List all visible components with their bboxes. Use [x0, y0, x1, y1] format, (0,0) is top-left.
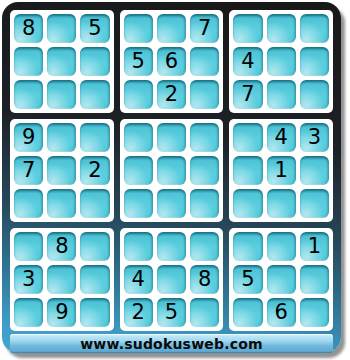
sudoku-cell[interactable] — [300, 265, 329, 294]
sudoku-cell[interactable] — [190, 232, 219, 261]
sudoku-cell[interactable] — [233, 14, 262, 43]
sudoku-cell[interactable]: 9 — [14, 123, 43, 152]
sudoku-cell[interactable]: 5 — [124, 47, 153, 76]
sudoku-cell[interactable] — [300, 14, 329, 43]
sudoku-cell[interactable] — [157, 265, 186, 294]
sudoku-cell[interactable]: 7 — [233, 80, 262, 109]
sudoku-cell[interactable] — [267, 232, 296, 261]
sudoku-cell[interactable] — [80, 265, 109, 294]
board-frame: 857562479724318394825156 www.sudokusweb.… — [2, 2, 341, 353]
sudoku-cell[interactable] — [300, 47, 329, 76]
sudoku-cell[interactable] — [233, 156, 262, 185]
sudoku-cell[interactable]: 9 — [47, 298, 76, 327]
sudoku-box: 839 — [10, 228, 114, 331]
sudoku-cell[interactable] — [157, 232, 186, 261]
sudoku-cell[interactable] — [190, 189, 219, 218]
sudoku-cell[interactable]: 7 — [190, 14, 219, 43]
sudoku-cell[interactable] — [190, 123, 219, 152]
sudoku-cell[interactable] — [14, 232, 43, 261]
sudoku-cell[interactable]: 7 — [14, 156, 43, 185]
sudoku-cell[interactable] — [190, 47, 219, 76]
sudoku-cell[interactable] — [14, 189, 43, 218]
sudoku-box — [120, 119, 224, 222]
sudoku-box: 156 — [229, 228, 333, 331]
sudoku-box: 47 — [229, 10, 333, 113]
sudoku-cell[interactable] — [80, 189, 109, 218]
sudoku-cell[interactable] — [14, 47, 43, 76]
sudoku-widget: 857562479724318394825156 www.sudokusweb.… — [0, 0, 350, 360]
sudoku-cell[interactable] — [267, 47, 296, 76]
site-url-link[interactable]: www.sudokusweb.com — [80, 336, 263, 352]
sudoku-cell[interactable] — [47, 265, 76, 294]
sudoku-cell[interactable]: 1 — [300, 232, 329, 261]
sudoku-cell[interactable] — [47, 189, 76, 218]
sudoku-cell[interactable] — [14, 298, 43, 327]
sudoku-box: 431 — [229, 119, 333, 222]
sudoku-cell[interactable] — [124, 189, 153, 218]
sudoku-board: 857562479724318394825156 — [10, 10, 333, 331]
sudoku-cell[interactable]: 1 — [267, 156, 296, 185]
sudoku-cell[interactable] — [157, 189, 186, 218]
sudoku-cell[interactable]: 5 — [233, 265, 262, 294]
sudoku-cell[interactable] — [300, 80, 329, 109]
sudoku-cell[interactable]: 2 — [124, 298, 153, 327]
sudoku-cell[interactable]: 8 — [190, 265, 219, 294]
sudoku-cell[interactable] — [47, 14, 76, 43]
sudoku-cell[interactable] — [124, 232, 153, 261]
sudoku-cell[interactable] — [14, 80, 43, 109]
sudoku-cell[interactable] — [47, 80, 76, 109]
sudoku-cell[interactable] — [233, 189, 262, 218]
footer-band: www.sudokusweb.com — [10, 334, 333, 353]
sudoku-cell[interactable]: 6 — [157, 47, 186, 76]
sudoku-cell[interactable]: 4 — [124, 265, 153, 294]
sudoku-box: 7562 — [120, 10, 224, 113]
sudoku-cell[interactable]: 3 — [14, 265, 43, 294]
sudoku-box: 85 — [10, 10, 114, 113]
sudoku-box: 4825 — [120, 228, 224, 331]
sudoku-cell[interactable] — [80, 80, 109, 109]
sudoku-cell[interactable] — [267, 265, 296, 294]
sudoku-cell[interactable] — [80, 47, 109, 76]
sudoku-cell[interactable]: 3 — [300, 123, 329, 152]
sudoku-cell[interactable] — [190, 80, 219, 109]
sudoku-cell[interactable] — [157, 156, 186, 185]
sudoku-cell[interactable]: 4 — [233, 47, 262, 76]
sudoku-cell[interactable] — [80, 298, 109, 327]
sudoku-cell[interactable] — [80, 123, 109, 152]
sudoku-cell[interactable] — [267, 80, 296, 109]
sudoku-cell[interactable] — [80, 232, 109, 261]
sudoku-cell[interactable] — [124, 156, 153, 185]
sudoku-cell[interactable] — [300, 156, 329, 185]
sudoku-cell[interactable] — [267, 14, 296, 43]
sudoku-cell[interactable] — [190, 298, 219, 327]
sudoku-cell[interactable]: 4 — [267, 123, 296, 152]
sudoku-cell[interactable] — [190, 156, 219, 185]
sudoku-cell[interactable] — [300, 298, 329, 327]
sudoku-cell[interactable] — [267, 189, 296, 218]
sudoku-cell[interactable]: 5 — [80, 14, 109, 43]
sudoku-cell[interactable] — [47, 47, 76, 76]
sudoku-cell[interactable]: 8 — [14, 14, 43, 43]
sudoku-cell[interactable] — [47, 123, 76, 152]
sudoku-cell[interactable]: 8 — [47, 232, 76, 261]
sudoku-cell[interactable] — [47, 156, 76, 185]
sudoku-cell[interactable] — [233, 298, 262, 327]
sudoku-cell[interactable] — [233, 123, 262, 152]
sudoku-cell[interactable]: 2 — [157, 80, 186, 109]
sudoku-cell[interactable] — [157, 123, 186, 152]
sudoku-cell[interactable] — [124, 123, 153, 152]
sudoku-cell[interactable] — [233, 232, 262, 261]
sudoku-box: 972 — [10, 119, 114, 222]
sudoku-cell[interactable] — [124, 80, 153, 109]
sudoku-cell[interactable]: 5 — [157, 298, 186, 327]
sudoku-cell[interactable]: 2 — [80, 156, 109, 185]
sudoku-cell[interactable]: 6 — [267, 298, 296, 327]
sudoku-cell[interactable] — [124, 14, 153, 43]
sudoku-cell[interactable] — [300, 189, 329, 218]
sudoku-cell[interactable] — [157, 14, 186, 43]
